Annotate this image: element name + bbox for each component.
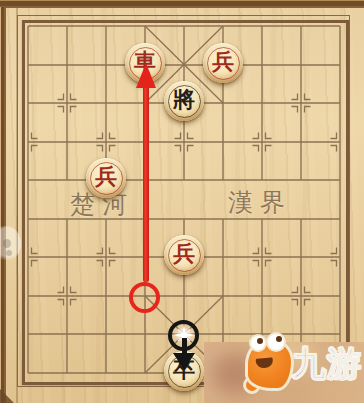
river-label-han: 漢界 [228,186,292,219]
piece-red-chariot[interactable]: 車 [125,43,165,83]
piece-black-general[interactable]: 將 [164,81,204,121]
jiuyou-mascot-icon [243,332,295,390]
piece-red-soldier-a[interactable]: 兵 [203,43,243,83]
piece-red-soldier-c[interactable]: 兵 [164,235,204,275]
piece-red-soldier-b[interactable]: 兵 [86,158,126,198]
jiuyou-watermark-text: 九游 [292,341,362,387]
xiangqi-screenshot: 楚河 漢界 車兵將兵兵卒 九游 [0,0,364,403]
piece-black-soldier[interactable]: 卒 [164,351,204,391]
